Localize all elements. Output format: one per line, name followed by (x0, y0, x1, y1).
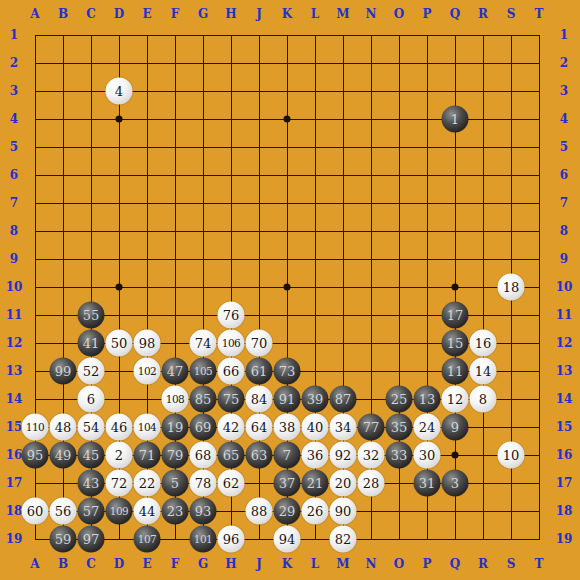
stone-M17[interactable]: 20 (330, 470, 357, 497)
col-label-top-B: B (58, 8, 68, 20)
row-label-right-7: 7 (560, 197, 568, 209)
stone-number-15: 15 (447, 337, 464, 350)
stone-F13[interactable]: 47 (162, 358, 189, 385)
stone-Q14[interactable]: 12 (442, 386, 469, 413)
stone-P16[interactable]: 30 (414, 442, 441, 469)
stone-H15[interactable]: 42 (218, 414, 245, 441)
stone-J15[interactable]: 64 (246, 414, 273, 441)
stone-K13[interactable]: 73 (274, 358, 301, 385)
stone-number-9: 9 (451, 421, 459, 434)
stone-J13[interactable]: 61 (246, 358, 273, 385)
stone-G16[interactable]: 68 (190, 442, 217, 469)
stone-A18[interactable]: 60 (22, 498, 49, 525)
stone-number-55: 55 (83, 309, 100, 322)
col-label-top-A: A (30, 8, 39, 20)
row-label-right-18: 18 (556, 505, 573, 517)
stone-C18[interactable]: 57 (78, 498, 105, 525)
stone-number-6: 6 (87, 393, 95, 406)
col-label-bottom-T: T (535, 558, 544, 570)
row-label-right-6: 6 (560, 169, 568, 181)
stone-H11[interactable]: 76 (218, 302, 245, 329)
stone-A16[interactable]: 95 (22, 442, 49, 469)
col-label-top-L: L (311, 8, 319, 20)
stone-number-31: 31 (419, 477, 436, 490)
stone-number-63: 63 (251, 449, 268, 462)
stone-G15[interactable]: 69 (190, 414, 217, 441)
stone-number-71: 71 (139, 449, 156, 462)
row-label-left-14: 14 (6, 393, 23, 405)
stone-number-101: 101 (194, 534, 213, 545)
stone-number-56: 56 (55, 505, 72, 518)
stone-number-104: 104 (138, 422, 157, 433)
stone-number-33: 33 (391, 449, 408, 462)
row-label-right-12: 12 (556, 337, 573, 349)
stone-number-22: 22 (139, 477, 156, 490)
stone-H16[interactable]: 65 (218, 442, 245, 469)
stone-O15[interactable]: 35 (386, 414, 413, 441)
stone-number-99: 99 (55, 365, 72, 378)
stone-J12[interactable]: 70 (246, 330, 273, 357)
col-label-top-K: K (282, 8, 292, 20)
star-point-Q10 (452, 284, 459, 291)
row-label-left-10: 10 (6, 281, 23, 293)
stone-number-24: 24 (419, 421, 436, 434)
row-label-right-8: 8 (560, 225, 568, 237)
stone-C14[interactable]: 6 (78, 386, 105, 413)
stone-L16[interactable]: 36 (302, 442, 329, 469)
stone-number-40: 40 (307, 421, 324, 434)
star-point-K10 (284, 284, 291, 291)
stone-number-65: 65 (223, 449, 240, 462)
stone-number-30: 30 (419, 449, 436, 462)
stone-Q17[interactable]: 3 (442, 470, 469, 497)
col-label-top-D: D (114, 8, 124, 20)
stone-number-59: 59 (55, 533, 72, 546)
stone-number-68: 68 (195, 449, 212, 462)
stone-number-20: 20 (335, 477, 352, 490)
stone-F16[interactable]: 79 (162, 442, 189, 469)
col-label-bottom-S: S (507, 558, 516, 570)
stone-P14[interactable]: 13 (414, 386, 441, 413)
col-label-bottom-R: R (478, 558, 488, 570)
stone-G18[interactable]: 93 (190, 498, 217, 525)
stone-number-60: 60 (27, 505, 44, 518)
stone-K18[interactable]: 29 (274, 498, 301, 525)
stone-E18[interactable]: 44 (134, 498, 161, 525)
stone-number-108: 108 (166, 394, 185, 405)
row-label-left-5: 5 (10, 141, 18, 153)
stone-P17[interactable]: 31 (414, 470, 441, 497)
col-label-top-E: E (142, 8, 151, 20)
row-label-left-13: 13 (6, 365, 23, 377)
stone-number-70: 70 (251, 337, 268, 350)
stone-number-85: 85 (195, 393, 212, 406)
stone-D12[interactable]: 50 (106, 330, 133, 357)
star-point-D10 (116, 284, 123, 291)
stone-E15[interactable]: 104 (134, 414, 161, 441)
stone-number-28: 28 (363, 477, 380, 490)
stone-K19[interactable]: 94 (274, 526, 301, 553)
stone-D16[interactable]: 2 (106, 442, 133, 469)
stone-D18[interactable]: 109 (106, 498, 133, 525)
stone-K15[interactable]: 38 (274, 414, 301, 441)
col-label-bottom-O: O (394, 558, 404, 570)
row-label-right-15: 15 (556, 421, 573, 433)
row-label-left-11: 11 (6, 309, 23, 321)
stone-S10[interactable]: 18 (498, 274, 525, 301)
stone-N15[interactable]: 77 (358, 414, 385, 441)
row-label-left-8: 8 (10, 225, 18, 237)
row-label-left-2: 2 (10, 57, 18, 69)
stone-number-88: 88 (251, 505, 268, 518)
col-label-top-Q: Q (450, 8, 460, 20)
stone-number-3: 3 (451, 477, 459, 490)
stone-B18[interactable]: 56 (50, 498, 77, 525)
col-label-top-H: H (225, 8, 236, 20)
col-label-bottom-C: C (86, 558, 96, 570)
col-label-top-F: F (171, 8, 180, 20)
col-label-bottom-N: N (366, 558, 377, 570)
stone-number-69: 69 (195, 421, 212, 434)
stone-number-84: 84 (251, 393, 268, 406)
stone-number-1: 1 (451, 113, 459, 126)
col-label-bottom-D: D (114, 558, 124, 570)
stone-number-37: 37 (279, 477, 296, 490)
col-label-top-S: S (507, 8, 516, 20)
star-point-D4 (116, 116, 123, 123)
col-label-bottom-H: H (225, 558, 236, 570)
stone-number-106: 106 (222, 338, 241, 349)
row-label-left-6: 6 (10, 169, 18, 181)
stone-number-41: 41 (83, 337, 100, 350)
row-label-left-1: 1 (10, 29, 18, 41)
stone-number-4: 4 (115, 85, 123, 98)
stone-number-11: 11 (447, 365, 464, 378)
stone-J14[interactable]: 84 (246, 386, 273, 413)
row-label-right-17: 17 (556, 477, 573, 489)
stone-E17[interactable]: 22 (134, 470, 161, 497)
stone-L17[interactable]: 21 (302, 470, 329, 497)
stone-K16[interactable]: 7 (274, 442, 301, 469)
stone-R14[interactable]: 8 (470, 386, 497, 413)
row-label-left-15: 15 (6, 421, 23, 433)
stone-Q11[interactable]: 17 (442, 302, 469, 329)
stone-L14[interactable]: 39 (302, 386, 329, 413)
stone-number-105: 105 (194, 366, 213, 377)
stone-number-48: 48 (55, 421, 72, 434)
stone-M15[interactable]: 34 (330, 414, 357, 441)
stone-M14[interactable]: 87 (330, 386, 357, 413)
stone-C19[interactable]: 97 (78, 526, 105, 553)
stone-number-97: 97 (83, 533, 100, 546)
stone-Q13[interactable]: 11 (442, 358, 469, 385)
stone-Q4[interactable]: 1 (442, 106, 469, 133)
row-label-right-3: 3 (560, 85, 568, 97)
stone-B15[interactable]: 48 (50, 414, 77, 441)
stone-number-74: 74 (195, 337, 212, 350)
stone-number-23: 23 (167, 505, 184, 518)
row-label-left-4: 4 (10, 113, 18, 125)
col-label-bottom-F: F (171, 558, 180, 570)
stone-Q12[interactable]: 15 (442, 330, 469, 357)
row-label-right-14: 14 (556, 393, 573, 405)
stone-number-87: 87 (335, 393, 352, 406)
stone-number-96: 96 (223, 533, 240, 546)
stone-E16[interactable]: 71 (134, 442, 161, 469)
col-label-bottom-M: M (336, 558, 349, 570)
stone-number-110: 110 (26, 422, 45, 433)
stone-number-43: 43 (83, 477, 100, 490)
col-label-top-M: M (336, 8, 349, 20)
stone-A15[interactable]: 110 (22, 414, 49, 441)
stone-number-76: 76 (223, 309, 240, 322)
stone-O16[interactable]: 33 (386, 442, 413, 469)
stone-number-2: 2 (115, 449, 123, 462)
stone-number-32: 32 (363, 449, 380, 462)
row-label-left-17: 17 (6, 477, 23, 489)
stone-number-64: 64 (251, 421, 268, 434)
stone-number-79: 79 (167, 449, 184, 462)
stone-number-25: 25 (391, 393, 408, 406)
stone-D17[interactable]: 72 (106, 470, 133, 497)
row-label-right-10: 10 (556, 281, 573, 293)
stone-B13[interactable]: 99 (50, 358, 77, 385)
stone-number-72: 72 (111, 477, 128, 490)
stone-number-109: 109 (110, 506, 129, 517)
stone-G12[interactable]: 74 (190, 330, 217, 357)
stone-number-62: 62 (223, 477, 240, 490)
col-label-bottom-A: A (30, 558, 39, 570)
stone-J16[interactable]: 63 (246, 442, 273, 469)
stone-number-16: 16 (475, 337, 492, 350)
row-label-left-9: 9 (10, 253, 18, 265)
stone-number-54: 54 (83, 421, 100, 434)
stone-number-5: 5 (171, 477, 179, 490)
stone-number-98: 98 (139, 337, 156, 350)
stone-F18[interactable]: 23 (162, 498, 189, 525)
stone-D3[interactable]: 4 (106, 78, 133, 105)
stone-number-21: 21 (307, 477, 324, 490)
row-label-right-13: 13 (556, 365, 573, 377)
stone-F17[interactable]: 5 (162, 470, 189, 497)
stone-P15[interactable]: 24 (414, 414, 441, 441)
stone-number-39: 39 (307, 393, 324, 406)
stone-number-102: 102 (138, 366, 157, 377)
stone-number-66: 66 (223, 365, 240, 378)
col-label-bottom-G: G (198, 558, 208, 570)
col-label-bottom-L: L (311, 558, 319, 570)
row-label-left-16: 16 (6, 449, 23, 461)
stone-number-93: 93 (195, 505, 212, 518)
stone-number-61: 61 (251, 365, 268, 378)
stone-number-8: 8 (479, 393, 487, 406)
stone-number-95: 95 (27, 449, 44, 462)
row-label-right-16: 16 (556, 449, 573, 461)
stone-number-73: 73 (279, 365, 296, 378)
stone-number-12: 12 (447, 393, 464, 406)
stone-number-45: 45 (83, 449, 100, 462)
row-label-left-18: 18 (6, 505, 23, 517)
stone-number-107: 107 (138, 534, 157, 545)
stone-N17[interactable]: 28 (358, 470, 385, 497)
stone-number-36: 36 (307, 449, 324, 462)
stone-K14[interactable]: 91 (274, 386, 301, 413)
row-label-right-2: 2 (560, 57, 568, 69)
stone-M19[interactable]: 82 (330, 526, 357, 553)
stone-D15[interactable]: 46 (106, 414, 133, 441)
stone-number-44: 44 (139, 505, 156, 518)
stone-B19[interactable]: 59 (50, 526, 77, 553)
col-label-top-O: O (394, 8, 404, 20)
stone-C11[interactable]: 55 (78, 302, 105, 329)
stone-E12[interactable]: 98 (134, 330, 161, 357)
stone-number-57: 57 (83, 505, 100, 518)
stone-number-92: 92 (335, 449, 352, 462)
stone-number-19: 19 (167, 421, 184, 434)
stone-L18[interactable]: 26 (302, 498, 329, 525)
col-label-bottom-J: J (256, 558, 262, 570)
stone-number-47: 47 (167, 365, 184, 378)
stone-J18[interactable]: 88 (246, 498, 273, 525)
row-label-left-12: 12 (6, 337, 23, 349)
stone-M18[interactable]: 90 (330, 498, 357, 525)
stone-number-52: 52 (83, 365, 100, 378)
stone-S16[interactable]: 10 (498, 442, 525, 469)
stone-number-10: 10 (503, 449, 520, 462)
stone-number-42: 42 (223, 421, 240, 434)
row-label-left-3: 3 (10, 85, 18, 97)
stone-H13[interactable]: 66 (218, 358, 245, 385)
col-label-bottom-E: E (142, 558, 151, 570)
stone-number-18: 18 (503, 281, 520, 294)
stone-G13[interactable]: 105 (190, 358, 217, 385)
stone-O14[interactable]: 25 (386, 386, 413, 413)
stone-number-17: 17 (447, 309, 464, 322)
stone-R13[interactable]: 14 (470, 358, 497, 385)
stone-L15[interactable]: 40 (302, 414, 329, 441)
stone-M16[interactable]: 92 (330, 442, 357, 469)
stone-number-14: 14 (475, 365, 492, 378)
stone-number-49: 49 (55, 449, 72, 462)
star-point-Q16 (452, 452, 459, 459)
stone-number-38: 38 (279, 421, 296, 434)
stone-number-50: 50 (111, 337, 128, 350)
row-label-left-7: 7 (10, 197, 18, 209)
stone-number-91: 91 (279, 393, 296, 406)
col-label-bottom-P: P (422, 558, 431, 570)
col-label-bottom-B: B (58, 558, 68, 570)
col-label-top-G: G (198, 8, 208, 20)
row-label-right-19: 19 (556, 533, 573, 545)
stone-C13[interactable]: 52 (78, 358, 105, 385)
stone-H12[interactable]: 106 (218, 330, 245, 357)
go-board[interactable]: AABBCCDDEEFFGGHHJJKKLLMMNNOOPPQQRRSSTT11… (0, 0, 580, 580)
row-label-right-9: 9 (560, 253, 568, 265)
stone-G14[interactable]: 85 (190, 386, 217, 413)
stone-number-46: 46 (111, 421, 128, 434)
stone-C16[interactable]: 45 (78, 442, 105, 469)
row-label-right-11: 11 (556, 309, 573, 321)
col-label-top-N: N (366, 8, 377, 20)
stone-R12[interactable]: 16 (470, 330, 497, 357)
stone-F14[interactable]: 108 (162, 386, 189, 413)
stone-number-75: 75 (223, 393, 240, 406)
stone-number-26: 26 (307, 505, 324, 518)
col-label-top-T: T (535, 8, 544, 20)
col-label-bottom-Q: Q (450, 558, 460, 570)
stone-H17[interactable]: 62 (218, 470, 245, 497)
row-label-right-5: 5 (560, 141, 568, 153)
stone-Q15[interactable]: 9 (442, 414, 469, 441)
stone-E19[interactable]: 107 (134, 526, 161, 553)
stone-B16[interactable]: 49 (50, 442, 77, 469)
stone-number-35: 35 (391, 421, 408, 434)
stone-N16[interactable]: 32 (358, 442, 385, 469)
stone-K17[interactable]: 37 (274, 470, 301, 497)
row-label-right-4: 4 (560, 113, 568, 125)
stone-C15[interactable]: 54 (78, 414, 105, 441)
stone-H19[interactable]: 96 (218, 526, 245, 553)
stone-number-78: 78 (195, 477, 212, 490)
stone-number-7: 7 (283, 449, 291, 462)
stone-H14[interactable]: 75 (218, 386, 245, 413)
stone-F15[interactable]: 19 (162, 414, 189, 441)
col-label-top-J: J (256, 8, 262, 20)
row-label-left-19: 19 (6, 533, 23, 545)
stone-number-94: 94 (279, 533, 296, 546)
stone-C17[interactable]: 43 (78, 470, 105, 497)
stone-number-90: 90 (335, 505, 352, 518)
col-label-top-C: C (86, 8, 96, 20)
stone-G19[interactable]: 101 (190, 526, 217, 553)
col-label-bottom-K: K (282, 558, 292, 570)
stone-number-77: 77 (363, 421, 380, 434)
col-label-top-P: P (422, 8, 431, 20)
stone-number-13: 13 (419, 393, 436, 406)
stone-G17[interactable]: 78 (190, 470, 217, 497)
stone-number-34: 34 (335, 421, 352, 434)
stone-number-82: 82 (335, 533, 352, 546)
col-label-top-R: R (478, 8, 488, 20)
row-label-right-1: 1 (560, 29, 568, 41)
stone-number-29: 29 (279, 505, 296, 518)
stone-C12[interactable]: 41 (78, 330, 105, 357)
star-point-K4 (284, 116, 291, 123)
stone-E13[interactable]: 102 (134, 358, 161, 385)
